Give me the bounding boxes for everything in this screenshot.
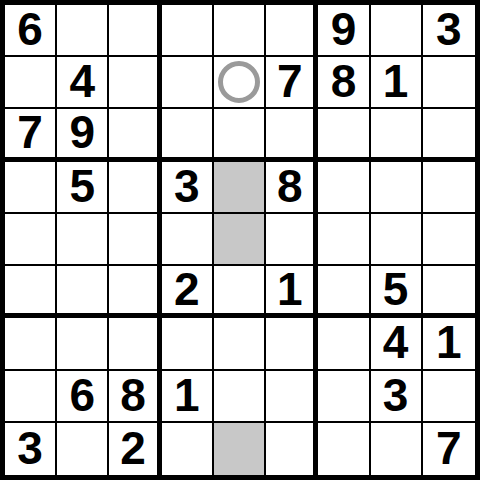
given-digit: 3 xyxy=(436,6,462,52)
cell-r6c5[interactable] xyxy=(214,266,266,318)
cell-r9c4[interactable] xyxy=(162,423,214,475)
sudoku-board: 693478179538215416813327 xyxy=(0,0,480,480)
given-digit: 6 xyxy=(17,6,43,52)
given-digit: 6 xyxy=(70,372,96,418)
cell-r9c3[interactable]: 2 xyxy=(109,423,161,475)
cell-r8c2[interactable]: 6 xyxy=(57,371,109,423)
cell-r4c3[interactable] xyxy=(109,162,161,214)
cell-r4c8[interactable] xyxy=(371,162,423,214)
given-digit: 2 xyxy=(120,425,146,471)
cell-r9c7[interactable] xyxy=(318,423,370,475)
cell-r5c2[interactable] xyxy=(57,214,109,266)
cell-r6c7[interactable] xyxy=(318,266,370,318)
cell-r2c6[interactable]: 7 xyxy=(266,57,318,109)
cell-r2c1[interactable] xyxy=(5,57,57,109)
cell-r7c1[interactable] xyxy=(5,318,57,370)
cell-r1c4[interactable] xyxy=(162,5,214,57)
cell-r6c8[interactable]: 5 xyxy=(371,266,423,318)
cell-r1c5[interactable] xyxy=(214,5,266,57)
cell-r3c1[interactable]: 7 xyxy=(5,109,57,161)
cell-r1c7[interactable]: 9 xyxy=(318,5,370,57)
given-digit: 3 xyxy=(383,372,409,418)
cell-r5c3[interactable] xyxy=(109,214,161,266)
cell-r3c3[interactable] xyxy=(109,109,161,161)
cell-r5c7[interactable] xyxy=(318,214,370,266)
cell-r3c2[interactable]: 9 xyxy=(57,109,109,161)
given-digit: 4 xyxy=(70,58,96,104)
cell-r9c8[interactable] xyxy=(371,423,423,475)
given-digit: 1 xyxy=(174,372,200,418)
given-digit: 5 xyxy=(70,163,96,209)
cell-r4c2[interactable]: 5 xyxy=(57,162,109,214)
cell-r3c9[interactable] xyxy=(423,109,475,161)
cell-r3c4[interactable] xyxy=(162,109,214,161)
cell-r8c6[interactable] xyxy=(266,371,318,423)
given-digit: 8 xyxy=(120,372,146,418)
cell-r8c8[interactable]: 3 xyxy=(371,371,423,423)
given-digit: 9 xyxy=(331,6,357,52)
cell-r7c8[interactable]: 4 xyxy=(371,318,423,370)
circle-annotation-icon xyxy=(218,61,260,103)
cell-r1c9[interactable]: 3 xyxy=(423,5,475,57)
cell-r8c7[interactable] xyxy=(318,371,370,423)
given-digit: 7 xyxy=(17,109,43,155)
given-digit: 9 xyxy=(70,109,96,155)
cell-r4c5[interactable] xyxy=(214,162,266,214)
cell-r9c5[interactable] xyxy=(214,423,266,475)
cell-r7c4[interactable] xyxy=(162,318,214,370)
cell-r6c3[interactable] xyxy=(109,266,161,318)
given-digit: 1 xyxy=(436,319,462,365)
cell-r7c9[interactable]: 1 xyxy=(423,318,475,370)
cell-r5c5[interactable] xyxy=(214,214,266,266)
cell-r2c5[interactable] xyxy=(214,57,266,109)
cell-r2c8[interactable]: 1 xyxy=(371,57,423,109)
cell-r8c4[interactable]: 1 xyxy=(162,371,214,423)
cell-r6c2[interactable] xyxy=(57,266,109,318)
cell-r7c6[interactable] xyxy=(266,318,318,370)
cell-r6c6[interactable]: 1 xyxy=(266,266,318,318)
cell-r3c7[interactable] xyxy=(318,109,370,161)
cell-r5c6[interactable] xyxy=(266,214,318,266)
cell-r2c2[interactable]: 4 xyxy=(57,57,109,109)
cell-r1c2[interactable] xyxy=(57,5,109,57)
cell-r8c1[interactable] xyxy=(5,371,57,423)
given-digit: 4 xyxy=(383,319,409,365)
given-digit: 3 xyxy=(174,163,200,209)
cell-r2c4[interactable] xyxy=(162,57,214,109)
given-digit: 1 xyxy=(277,266,303,312)
cell-r4c6[interactable]: 8 xyxy=(266,162,318,214)
cell-r5c4[interactable] xyxy=(162,214,214,266)
cell-r1c6[interactable] xyxy=(266,5,318,57)
given-digit: 1 xyxy=(383,58,409,104)
cell-r1c1[interactable]: 6 xyxy=(5,5,57,57)
cell-r9c9[interactable]: 7 xyxy=(423,423,475,475)
cell-r3c8[interactable] xyxy=(371,109,423,161)
cell-r6c1[interactable] xyxy=(5,266,57,318)
cell-r4c9[interactable] xyxy=(423,162,475,214)
cell-r7c3[interactable] xyxy=(109,318,161,370)
cell-r9c1[interactable]: 3 xyxy=(5,423,57,475)
cell-r9c2[interactable] xyxy=(57,423,109,475)
given-digit: 2 xyxy=(174,266,200,312)
cell-r5c8[interactable] xyxy=(371,214,423,266)
cell-r4c4[interactable]: 3 xyxy=(162,162,214,214)
given-digit: 7 xyxy=(436,425,462,471)
cell-r2c7[interactable]: 8 xyxy=(318,57,370,109)
given-digit: 3 xyxy=(17,425,43,471)
cell-r4c7[interactable] xyxy=(318,162,370,214)
given-digit: 8 xyxy=(331,58,357,104)
given-digit: 5 xyxy=(383,266,409,312)
cell-r1c8[interactable] xyxy=(371,5,423,57)
cell-r6c4[interactable]: 2 xyxy=(162,266,214,318)
given-digit: 8 xyxy=(277,163,303,209)
cell-r8c5[interactable] xyxy=(214,371,266,423)
cell-r9c6[interactable] xyxy=(266,423,318,475)
cell-r7c2[interactable] xyxy=(57,318,109,370)
cell-r6c9[interactable] xyxy=(423,266,475,318)
cell-r5c1[interactable] xyxy=(5,214,57,266)
cell-r3c6[interactable] xyxy=(266,109,318,161)
cell-r7c7[interactable] xyxy=(318,318,370,370)
cell-r8c3[interactable]: 8 xyxy=(109,371,161,423)
given-digit: 7 xyxy=(277,58,303,104)
cell-r2c3[interactable] xyxy=(109,57,161,109)
cell-r2c9[interactable] xyxy=(423,57,475,109)
cell-r5c9[interactable] xyxy=(423,214,475,266)
cell-r4c1[interactable] xyxy=(5,162,57,214)
cell-r7c5[interactable] xyxy=(214,318,266,370)
cell-r1c3[interactable] xyxy=(109,5,161,57)
cell-r8c9[interactable] xyxy=(423,371,475,423)
cell-r3c5[interactable] xyxy=(214,109,266,161)
